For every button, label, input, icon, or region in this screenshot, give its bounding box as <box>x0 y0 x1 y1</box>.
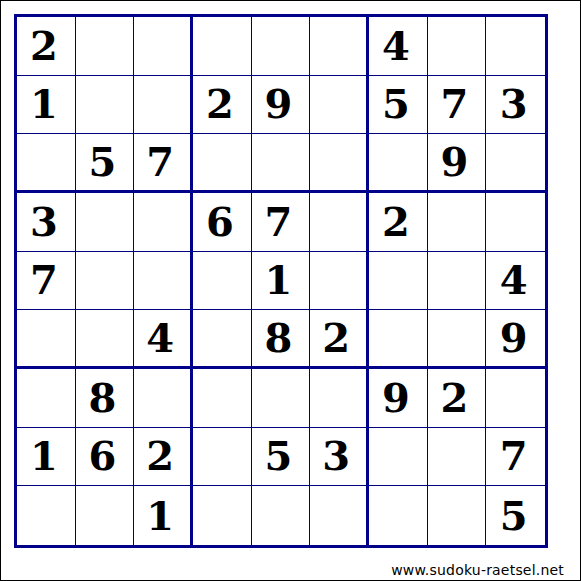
cell-r1c4[interactable] <box>193 17 252 76</box>
cell-r8c2[interactable]: 6 <box>76 428 135 487</box>
cell-r5c3[interactable] <box>134 252 193 311</box>
given-digit: 3 <box>322 436 350 476</box>
cell-r7c8[interactable]: 2 <box>428 369 487 428</box>
cell-r8c5[interactable]: 5 <box>252 428 311 487</box>
cell-r5c7[interactable] <box>369 252 428 311</box>
cell-r5c2[interactable] <box>76 252 135 311</box>
cell-r7c2[interactable]: 8 <box>76 369 135 428</box>
cell-r6c9[interactable]: 9 <box>486 310 545 369</box>
cell-r8c1[interactable]: 1 <box>17 428 76 487</box>
cell-r1c1[interactable]: 2 <box>17 17 76 76</box>
cell-r2c2[interactable] <box>76 76 135 135</box>
cell-r2c3[interactable] <box>134 76 193 135</box>
cell-r9c4[interactable] <box>193 486 252 545</box>
cell-r4c1[interactable]: 3 <box>17 193 76 252</box>
cell-r3c9[interactable] <box>486 134 545 193</box>
cell-r4c9[interactable] <box>486 193 545 252</box>
cell-r6c8[interactable] <box>428 310 487 369</box>
given-digit: 7 <box>441 84 469 124</box>
cell-r9c7[interactable] <box>369 486 428 545</box>
given-digit: 5 <box>89 142 117 182</box>
cell-r1c7[interactable]: 4 <box>369 17 428 76</box>
cell-r9c8[interactable] <box>428 486 487 545</box>
cell-r5c5[interactable]: 1 <box>252 252 311 311</box>
given-digit: 1 <box>30 84 58 124</box>
given-digit: 6 <box>89 436 117 476</box>
given-digit: 4 <box>382 26 410 66</box>
sudoku-board: 241295735793672714482989216253715 <box>14 14 548 548</box>
cell-r8c6[interactable]: 3 <box>310 428 369 487</box>
given-digit: 6 <box>206 202 234 242</box>
cell-r7c4[interactable] <box>193 369 252 428</box>
cell-r5c9[interactable]: 4 <box>486 252 545 311</box>
given-digit: 2 <box>382 202 410 242</box>
given-digit: 9 <box>382 378 410 418</box>
given-digit: 3 <box>30 202 58 242</box>
cell-r8c9[interactable]: 7 <box>486 428 545 487</box>
cell-r4c8[interactable] <box>428 193 487 252</box>
cell-r4c4[interactable]: 6 <box>193 193 252 252</box>
cell-r2c8[interactable]: 7 <box>428 76 487 135</box>
cell-r4c3[interactable] <box>134 193 193 252</box>
cell-r9c9[interactable]: 5 <box>486 486 545 545</box>
cell-r4c5[interactable]: 7 <box>252 193 311 252</box>
cell-r1c5[interactable] <box>252 17 311 76</box>
cell-r6c1[interactable] <box>17 310 76 369</box>
cell-r2c4[interactable]: 2 <box>193 76 252 135</box>
given-digit: 5 <box>382 84 410 124</box>
cell-r3c1[interactable] <box>17 134 76 193</box>
given-digit: 3 <box>500 84 528 124</box>
cell-r7c1[interactable] <box>17 369 76 428</box>
given-digit: 8 <box>89 378 117 418</box>
website-url: www.sudoku-raetsel.net <box>391 562 564 578</box>
cell-r7c3[interactable] <box>134 369 193 428</box>
cell-r3c8[interactable]: 9 <box>428 134 487 193</box>
cell-r6c4[interactable] <box>193 310 252 369</box>
page: 241295735793672714482989216253715 www.su… <box>0 0 581 581</box>
given-digit: 9 <box>441 142 469 182</box>
cell-r5c8[interactable] <box>428 252 487 311</box>
cell-r8c7[interactable] <box>369 428 428 487</box>
cell-r2c5[interactable]: 9 <box>252 76 311 135</box>
given-digit: 8 <box>265 318 293 358</box>
given-digit: 7 <box>265 202 293 242</box>
given-digit: 5 <box>265 436 293 476</box>
cell-r3c4[interactable] <box>193 134 252 193</box>
given-digit: 1 <box>146 496 174 536</box>
cell-r5c1[interactable]: 7 <box>17 252 76 311</box>
given-digit: 2 <box>146 436 174 476</box>
given-digit: 9 <box>265 84 293 124</box>
cell-r5c6[interactable] <box>310 252 369 311</box>
given-digit: 1 <box>30 436 58 476</box>
cell-r6c7[interactable] <box>369 310 428 369</box>
cell-r4c6[interactable] <box>310 193 369 252</box>
cell-r4c2[interactable] <box>76 193 135 252</box>
given-digit: 2 <box>206 84 234 124</box>
cell-r8c4[interactable] <box>193 428 252 487</box>
cell-r9c1[interactable] <box>17 486 76 545</box>
cell-r3c2[interactable]: 5 <box>76 134 135 193</box>
cell-r2c1[interactable]: 1 <box>17 76 76 135</box>
cell-r6c5[interactable]: 8 <box>252 310 311 369</box>
given-digit: 1 <box>265 260 293 300</box>
cell-r7c5[interactable] <box>252 369 311 428</box>
given-digit: 7 <box>146 142 174 182</box>
cell-r6c3[interactable]: 4 <box>134 310 193 369</box>
cell-r2c7[interactable]: 5 <box>369 76 428 135</box>
given-digit: 7 <box>500 436 528 476</box>
cell-r7c7[interactable]: 9 <box>369 369 428 428</box>
cell-r3c7[interactable] <box>369 134 428 193</box>
given-digit: 4 <box>500 260 528 300</box>
cell-r2c9[interactable]: 3 <box>486 76 545 135</box>
given-digit: 4 <box>146 318 174 358</box>
cell-r1c8[interactable] <box>428 17 487 76</box>
cell-r5c4[interactable] <box>193 252 252 311</box>
cell-r4c7[interactable]: 2 <box>369 193 428 252</box>
cell-r7c9[interactable] <box>486 369 545 428</box>
cell-r3c5[interactable] <box>252 134 311 193</box>
cell-r1c6[interactable] <box>310 17 369 76</box>
given-digit: 9 <box>500 318 528 358</box>
cell-r9c5[interactable] <box>252 486 311 545</box>
cell-r8c8[interactable] <box>428 428 487 487</box>
given-digit: 2 <box>441 378 469 418</box>
cell-r1c2[interactable] <box>76 17 135 76</box>
given-digit: 5 <box>500 496 528 536</box>
cell-r1c3[interactable] <box>134 17 193 76</box>
cell-r9c3[interactable]: 1 <box>134 486 193 545</box>
given-digit: 7 <box>30 260 58 300</box>
given-digit: 2 <box>30 26 58 66</box>
cell-r7c6[interactable] <box>310 369 369 428</box>
cell-r6c2[interactable] <box>76 310 135 369</box>
cell-r3c6[interactable] <box>310 134 369 193</box>
cell-r1c9[interactable] <box>486 17 545 76</box>
cell-r6c6[interactable]: 2 <box>310 310 369 369</box>
cell-r2c6[interactable] <box>310 76 369 135</box>
cell-r9c6[interactable] <box>310 486 369 545</box>
given-digit: 2 <box>322 318 350 358</box>
cell-r3c3[interactable]: 7 <box>134 134 193 193</box>
cell-r9c2[interactable] <box>76 486 135 545</box>
cell-r8c3[interactable]: 2 <box>134 428 193 487</box>
